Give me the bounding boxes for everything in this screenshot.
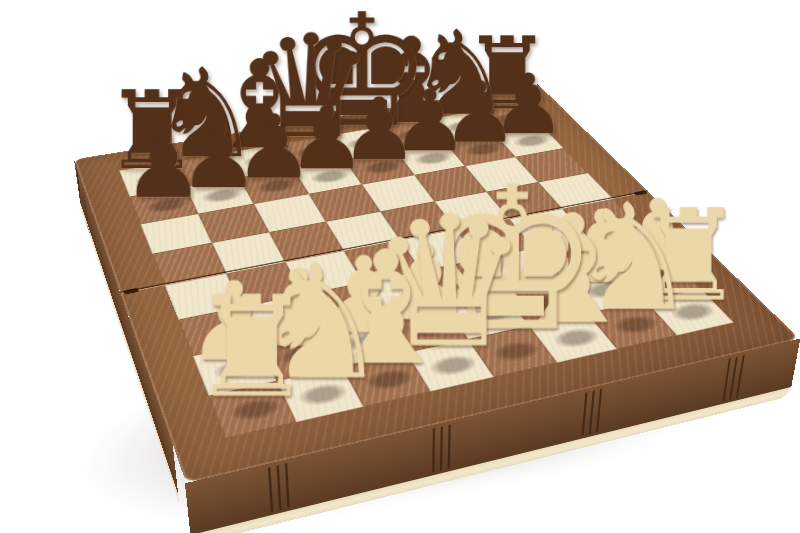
binding-grooves [582, 388, 604, 436]
binding-grooves [269, 463, 292, 513]
photo-stage: ♜♞♝♛♚♝♞♜♟♟♟♟♟♟♟♟♟♟♟♟♟♟♟♟♜♞♝♛♚♝♞♜ [0, 0, 800, 533]
square-a7[interactable]: ♟ [129, 187, 197, 224]
binding-grooves [722, 355, 745, 402]
square-a1[interactable]: ♜ [209, 381, 296, 439]
piece-white-rook[interactable]: ♜ [121, 278, 384, 416]
binding-grooves [432, 424, 452, 473]
piece-black-pawn[interactable]: ♟ [58, 121, 269, 211]
